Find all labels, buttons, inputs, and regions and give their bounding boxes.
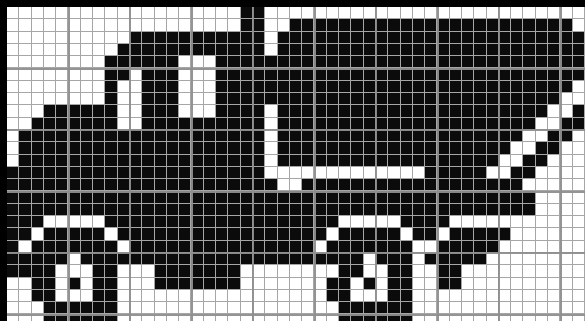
grid-cell [401,81,413,93]
grid-cell [523,290,535,302]
grid-cell [204,278,216,290]
grid-cell [327,167,339,179]
grid-cell [474,216,486,228]
grid-cell [314,81,326,93]
grid-cell [388,278,400,290]
grid-cell [523,228,535,240]
heavy-gridline-horizontal [7,191,585,193]
grid-cell [290,7,302,19]
grid-cell [401,216,413,228]
grid-cell [413,191,425,203]
grid-cell [499,167,511,179]
grid-cell [130,44,142,56]
grid-cell [191,155,203,167]
grid-cell [7,142,19,154]
grid-cell [388,290,400,302]
grid-cell [81,216,93,228]
grid-cell [450,81,462,93]
grid-cell [351,19,363,31]
grid-cell [19,216,31,228]
grid-cell [19,7,31,19]
grid-cell [155,68,167,80]
grid-cell [314,265,326,277]
grid-cell [511,253,523,265]
grid-cell [314,228,326,240]
grid-cell [523,68,535,80]
grid-cell [499,68,511,80]
grid-cell [339,93,351,105]
grid-cell [7,265,19,277]
grid-cell [314,142,326,154]
grid-cell [44,253,56,265]
grid-cell [437,253,449,265]
grid-cell [376,68,388,80]
grid-cell [167,228,179,240]
grid-cell [191,7,203,19]
grid-cell [339,191,351,203]
grid-cell [401,265,413,277]
grid-cell [450,130,462,142]
grid-cell [523,191,535,203]
grid-cell [523,155,535,167]
grid-cell [130,7,142,19]
grid-cell [536,105,548,117]
grid-cell [560,216,572,228]
grid-cell [573,105,585,117]
grid-cell [450,19,462,31]
grid-cell [290,19,302,31]
grid-cell [191,228,203,240]
grid-cell [44,68,56,80]
grid-cell [499,19,511,31]
grid-cell [351,44,363,56]
grid-cell [548,7,560,19]
grid-cell [511,204,523,216]
grid-cell [81,7,93,19]
grid-cell [105,44,117,56]
grid-cell [191,167,203,179]
grid-cell [536,290,548,302]
grid-cell [437,81,449,93]
grid-cell [216,253,228,265]
grid-cell [32,265,44,277]
grid-cell [560,142,572,154]
grid-cell [167,278,179,290]
grid-cell [462,155,474,167]
grid-cell [290,228,302,240]
grid-cell [376,228,388,240]
grid-cell [68,228,80,240]
grid-cell [560,19,572,31]
grid-cell [413,142,425,154]
grid-cell [290,44,302,56]
grid-cell [142,216,154,228]
grid-cell [548,290,560,302]
grid-cell [499,7,511,19]
grid-cell [130,228,142,240]
grid-cell [142,253,154,265]
grid-cell [216,155,228,167]
grid-cell [401,155,413,167]
grid-cell [265,130,277,142]
grid-cell [450,216,462,228]
grid-cell [278,216,290,228]
grid-cell [32,130,44,142]
grid-cell [511,290,523,302]
grid-cell [228,191,240,203]
grid-cell [450,228,462,240]
grid-cell [278,93,290,105]
grid-cell [278,155,290,167]
grid-cell [105,93,117,105]
grid-cell [7,19,19,31]
grid-cell [474,290,486,302]
grid-cell [155,142,167,154]
grid-cell [32,216,44,228]
grid-cell [32,7,44,19]
grid-cell [290,68,302,80]
grid-cell [216,204,228,216]
grid-cell [450,191,462,203]
grid-cell [327,130,339,142]
grid-cell [437,290,449,302]
grid-cell [523,7,535,19]
grid-cell [19,142,31,154]
grid-cell [130,253,142,265]
grid-cell [511,93,523,105]
grid-cell [216,130,228,142]
grid-cell [413,228,425,240]
grid-cell [511,81,523,93]
grid-cell [278,290,290,302]
grid-cell [93,68,105,80]
grid-cell [474,19,486,31]
grid-cell [339,105,351,117]
grid-cell [413,68,425,80]
grid-cell [32,68,44,80]
grid-cell [142,265,154,277]
grid-cell [81,32,93,44]
grid-cell [278,7,290,19]
grid-cell [401,191,413,203]
grid-cell [290,167,302,179]
grid-cell [523,278,535,290]
grid-cell [401,204,413,216]
grid-cell [216,265,228,277]
grid-cell [278,191,290,203]
grid-cell [376,167,388,179]
grid-cell [413,167,425,179]
grid-cell [7,191,19,203]
grid-cell [155,93,167,105]
grid-cell [265,105,277,117]
grid-cell [216,81,228,93]
grid-cell [351,32,363,44]
grid-cell [351,216,363,228]
grid-cell [573,155,585,167]
grid-cell [204,191,216,203]
grid-cell [7,81,19,93]
grid-cell [499,191,511,203]
grid-cell [388,228,400,240]
grid-cell [339,253,351,265]
grid-cell [339,81,351,93]
grid-cell [191,105,203,117]
grid-cell [474,81,486,93]
grid-cell [204,290,216,302]
grid-cell [450,93,462,105]
grid-cell [278,19,290,31]
grid-cell [314,191,326,203]
grid-cell [523,93,535,105]
grid-cell [167,93,179,105]
grid-cell [142,142,154,154]
grid-cell [511,228,523,240]
grid-cell [105,265,117,277]
grid-cell [401,167,413,179]
grid-cell [81,93,93,105]
grid-cell [560,253,572,265]
grid-cell [401,68,413,80]
grid-cell [155,216,167,228]
grid-cell [573,228,585,240]
grid-cell [351,265,363,277]
grid-cell [413,105,425,117]
heavy-gridline-vertical [314,7,316,321]
grid-cell [191,204,203,216]
grid-cell [81,191,93,203]
grid-cell [228,253,240,265]
grid-cell [437,228,449,240]
grid-cell [573,278,585,290]
grid-cell [548,19,560,31]
grid-cell [228,290,240,302]
grid-cell [93,105,105,117]
grid-cell [413,204,425,216]
grid-cell [228,105,240,117]
grid-cell [388,142,400,154]
grid-cell [204,167,216,179]
grid-cell [462,93,474,105]
grid-cell [130,142,142,154]
grid-cell [499,44,511,56]
grid-cell [19,167,31,179]
grid-cell [548,130,560,142]
grid-cell [388,32,400,44]
grid-cell [560,290,572,302]
grid-cell [7,216,19,228]
grid-cell [32,81,44,93]
grid-cell [44,155,56,167]
grid-cell [44,142,56,154]
grid-cell [68,19,80,31]
grid-cell [265,142,277,154]
grid-cell [536,278,548,290]
grid-cell [339,68,351,80]
grid-cell [327,278,339,290]
heavy-gridline-vertical [68,7,70,321]
grid-cell [523,105,535,117]
grid-cell [290,290,302,302]
grid-cell [130,68,142,80]
grid-cell [68,290,80,302]
grid-cell [290,105,302,117]
grid-cell [536,68,548,80]
grid-cell [130,265,142,277]
grid-cell [32,278,44,290]
grid-cell [155,81,167,93]
grid-cell [413,19,425,31]
grid-cell [351,68,363,80]
grid-cell [265,93,277,105]
grid-cell [142,105,154,117]
grid-cell [19,253,31,265]
grid-cell [253,105,265,117]
grid-cell [253,204,265,216]
grid-cell [81,265,93,277]
grid-cell [167,19,179,31]
grid-cell [474,228,486,240]
grid-cell [265,32,277,44]
heavy-gridline-vertical [375,7,377,321]
grid-cell [105,130,117,142]
grid-cell [376,216,388,228]
grid-cell [216,105,228,117]
grid-cell [499,81,511,93]
grid-cell [573,167,585,179]
grid-cell [462,253,474,265]
grid-cell [314,105,326,117]
grid-cell [450,32,462,44]
grid-cell [204,81,216,93]
grid-cell [511,167,523,179]
grid-cell [81,44,93,56]
grid-cell [462,130,474,142]
grid-cell [413,155,425,167]
grid-cell [523,130,535,142]
grid-cell [253,167,265,179]
grid-cell [523,216,535,228]
grid-cell [437,155,449,167]
grid-cell [265,216,277,228]
grid-cell [511,155,523,167]
grid-cell [204,44,216,56]
grid-cell [32,44,44,56]
grid-cell [253,81,265,93]
grid-cell [253,228,265,240]
grid-cell [142,278,154,290]
grid-cell [155,167,167,179]
grid-cell [339,44,351,56]
grid-cell [32,105,44,117]
grid-cell [536,19,548,31]
grid-cell [462,191,474,203]
grid-cell [327,265,339,277]
grid-cell [167,81,179,93]
grid-cell [44,81,56,93]
grid-cell [32,191,44,203]
grid-cell [68,44,80,56]
grid-cell [290,204,302,216]
grid-cell [290,278,302,290]
grid-cell [560,204,572,216]
grid-cell [437,216,449,228]
grid-cell [142,93,154,105]
grid-cell [253,155,265,167]
grid-cell [314,93,326,105]
grid-cell [560,130,572,142]
grid-cell [462,81,474,93]
grid-cell [278,204,290,216]
grid-cell [401,32,413,44]
grid-cell [155,278,167,290]
grid-cell [19,44,31,56]
grid-cell [216,7,228,19]
pattern-board [0,0,585,321]
grid-cell [81,167,93,179]
grid-cell [155,130,167,142]
heavy-gridline-vertical [191,7,193,321]
grid-cell [191,93,203,105]
grid-cell [339,32,351,44]
grid-cell [413,290,425,302]
grid-cell [351,81,363,93]
grid-cell [142,81,154,93]
grid-cell [191,19,203,31]
grid-cell [68,105,80,117]
grid-cell [376,253,388,265]
grid-cell [7,68,19,80]
grid-cell [216,228,228,240]
grid-cell [68,216,80,228]
grid-cell [155,7,167,19]
grid-cell [44,204,56,216]
grid-cell [7,204,19,216]
grid-cell [314,68,326,80]
grid-cell [105,216,117,228]
heavy-gridline-vertical [560,7,562,321]
grid-cell [339,19,351,31]
grid-cell [265,19,277,31]
grid-cell [155,253,167,265]
grid-cell [511,44,523,56]
grid-cell [450,265,462,277]
grid-cell [19,32,31,44]
grid-cell [474,105,486,117]
grid-cell [228,68,240,80]
grid-cell [339,228,351,240]
grid-cell [81,130,93,142]
grid-cell [44,105,56,117]
grid-cell [167,167,179,179]
grid-cell [573,93,585,105]
grid-cell [93,216,105,228]
grid-cell [314,130,326,142]
grid-cell [93,130,105,142]
grid-cell [462,32,474,44]
grid-cell [7,130,19,142]
grid-cell [388,44,400,56]
grid-cell [388,216,400,228]
grid-cell [32,142,44,154]
grid-cell [560,105,572,117]
grid-cell [7,32,19,44]
grid-cell [191,191,203,203]
grid-cell [548,167,560,179]
grid-cell [376,142,388,154]
grid-cell [413,278,425,290]
grid-cell [536,265,548,277]
